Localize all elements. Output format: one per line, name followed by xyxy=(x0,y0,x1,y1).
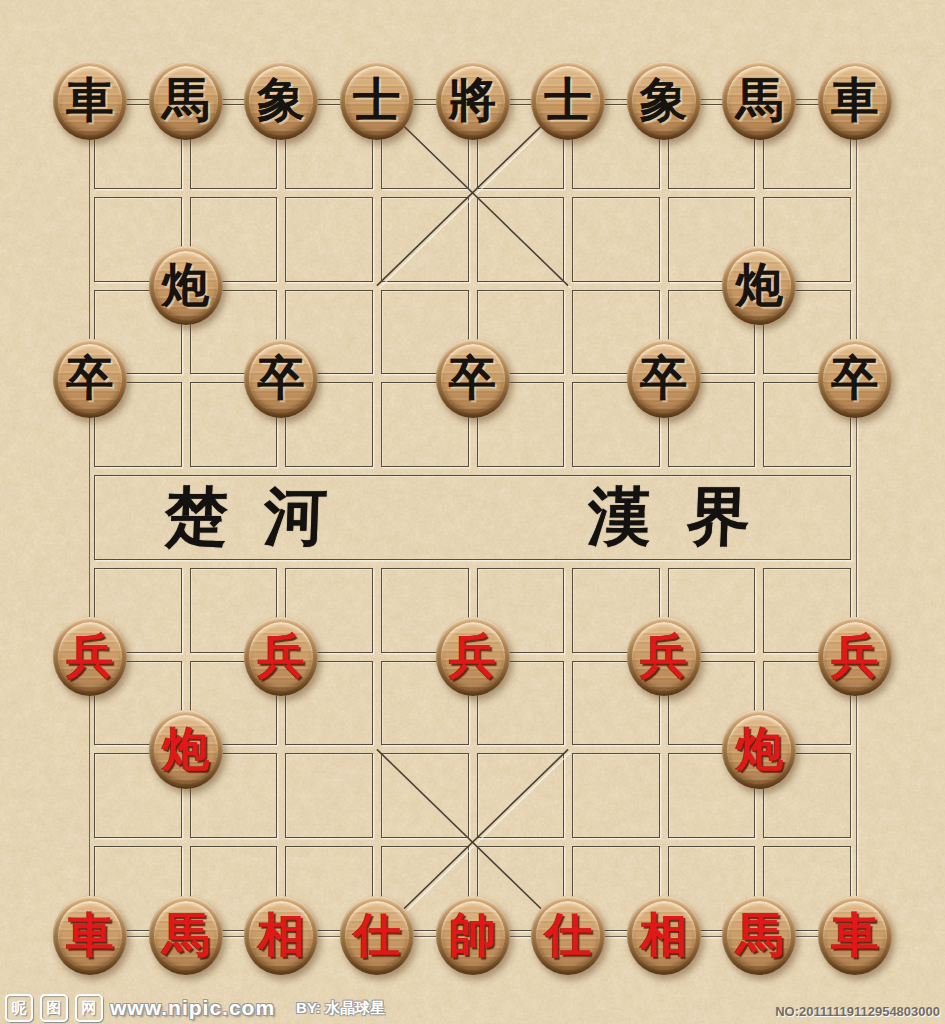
piece-black-elephant[interactable]: 象 xyxy=(627,61,701,140)
piece-label: 炮 xyxy=(162,262,209,309)
board-cell xyxy=(477,197,565,282)
piece-black-chariot[interactable]: 車 xyxy=(818,61,892,140)
piece-face: 炮 xyxy=(727,251,791,320)
piece-face: 兵 xyxy=(58,622,122,691)
piece-black-horse[interactable]: 馬 xyxy=(149,61,223,140)
watermark-serial-number: NO:20111119112954803000 xyxy=(775,1004,940,1019)
piece-label: 卒 xyxy=(832,355,879,402)
piece-face: 卒 xyxy=(249,344,313,413)
piece-face: 炮 xyxy=(154,715,218,784)
piece-label: 車 xyxy=(67,912,114,959)
piece-face: 帥 xyxy=(441,901,505,970)
piece-label: 車 xyxy=(832,912,879,959)
piece-face: 馬 xyxy=(154,66,218,135)
piece-red-cannon[interactable]: 炮 xyxy=(149,710,223,789)
piece-label: 兵 xyxy=(832,633,879,680)
piece-red-advisor[interactable]: 仕 xyxy=(531,896,605,975)
piece-red-soldier[interactable]: 兵 xyxy=(436,617,510,696)
piece-face: 士 xyxy=(345,66,409,135)
piece-black-cannon[interactable]: 炮 xyxy=(722,246,796,325)
board-cell xyxy=(477,753,565,838)
piece-label: 馬 xyxy=(162,912,209,959)
piece-label: 仕 xyxy=(545,912,592,959)
piece-face: 炮 xyxy=(154,251,218,320)
piece-label: 馬 xyxy=(736,77,783,124)
piece-black-advisor[interactable]: 士 xyxy=(340,61,414,140)
piece-face: 相 xyxy=(249,901,313,970)
piece-label: 卒 xyxy=(258,355,305,402)
piece-red-soldier[interactable]: 兵 xyxy=(53,617,127,696)
piece-label: 士 xyxy=(353,77,400,124)
piece-label: 馬 xyxy=(736,912,783,959)
board-cell xyxy=(285,197,373,282)
watermark-site-url: www.nipic.com xyxy=(110,996,275,1020)
piece-face: 馬 xyxy=(154,901,218,970)
nipic-logo-char: 网 xyxy=(75,994,103,1022)
piece-label: 兵 xyxy=(640,633,687,680)
piece-face: 仕 xyxy=(536,901,600,970)
piece-label: 卒 xyxy=(640,355,687,402)
piece-red-chariot[interactable]: 車 xyxy=(53,896,127,975)
piece-face: 兵 xyxy=(823,622,887,691)
piece-label: 將 xyxy=(449,77,496,124)
piece-black-soldier[interactable]: 卒 xyxy=(818,339,892,418)
piece-red-general[interactable]: 帥 xyxy=(436,896,510,975)
piece-red-chariot[interactable]: 車 xyxy=(818,896,892,975)
piece-red-elephant[interactable]: 相 xyxy=(627,896,701,975)
piece-label: 炮 xyxy=(736,726,783,773)
piece-face: 車 xyxy=(823,66,887,135)
piece-face: 相 xyxy=(632,901,696,970)
piece-face: 士 xyxy=(536,66,600,135)
piece-label: 相 xyxy=(640,912,687,959)
piece-label: 相 xyxy=(258,912,305,959)
piece-label: 卒 xyxy=(449,355,496,402)
river-label-left: 楚河 xyxy=(164,486,364,549)
board-grid: 楚河 漢界 xyxy=(94,104,851,931)
piece-label: 象 xyxy=(258,77,305,124)
piece-black-soldier[interactable]: 卒 xyxy=(244,339,318,418)
piece-face: 馬 xyxy=(727,66,791,135)
watermark-byline: BY: 水晶球星 xyxy=(296,999,385,1018)
piece-face: 象 xyxy=(249,66,313,135)
piece-face: 仕 xyxy=(345,901,409,970)
piece-red-cannon[interactable]: 炮 xyxy=(722,710,796,789)
piece-label: 兵 xyxy=(449,633,496,680)
piece-face: 卒 xyxy=(441,344,505,413)
piece-face: 卒 xyxy=(58,344,122,413)
piece-label: 炮 xyxy=(162,726,209,773)
piece-face: 卒 xyxy=(823,344,887,413)
piece-face: 將 xyxy=(441,66,505,135)
piece-black-elephant[interactable]: 象 xyxy=(244,61,318,140)
piece-label: 卒 xyxy=(67,355,114,402)
nipic-logo-char: 昵 xyxy=(5,994,33,1022)
xiangqi-screenshot: 楚河 漢界 車馬象士將士象馬車炮炮卒卒卒卒卒兵兵兵兵兵炮炮車馬相仕帥仕相馬車 昵… xyxy=(0,0,945,1024)
piece-black-soldier[interactable]: 卒 xyxy=(53,339,127,418)
board-cell xyxy=(572,753,660,838)
piece-black-advisor[interactable]: 士 xyxy=(531,61,605,140)
piece-face: 車 xyxy=(58,901,122,970)
piece-label: 車 xyxy=(832,77,879,124)
piece-face: 馬 xyxy=(727,901,791,970)
piece-face: 車 xyxy=(58,66,122,135)
nipic-logo-char: 图 xyxy=(40,994,68,1022)
board-cell xyxy=(381,753,469,838)
piece-red-elephant[interactable]: 相 xyxy=(244,896,318,975)
piece-label: 兵 xyxy=(67,633,114,680)
piece-label: 帥 xyxy=(449,912,496,959)
piece-black-horse[interactable]: 馬 xyxy=(722,61,796,140)
piece-label: 炮 xyxy=(736,262,783,309)
piece-label: 仕 xyxy=(353,912,400,959)
piece-face: 卒 xyxy=(632,344,696,413)
piece-label: 車 xyxy=(67,77,114,124)
piece-label: 士 xyxy=(545,77,592,124)
river-label-right: 漢界 xyxy=(587,486,787,549)
piece-red-horse[interactable]: 馬 xyxy=(149,896,223,975)
piece-black-cannon[interactable]: 炮 xyxy=(149,246,223,325)
piece-label: 馬 xyxy=(162,77,209,124)
piece-face: 兵 xyxy=(441,622,505,691)
piece-label: 象 xyxy=(640,77,687,124)
xiangqi-board: 楚河 漢界 車馬象士將士象馬車炮炮卒卒卒卒卒兵兵兵兵兵炮炮車馬相仕帥仕相馬車 xyxy=(0,0,945,1024)
piece-face: 炮 xyxy=(727,715,791,784)
piece-red-soldier[interactable]: 兵 xyxy=(244,617,318,696)
piece-face: 車 xyxy=(823,901,887,970)
river: 楚河 漢界 xyxy=(94,475,851,560)
board-cell xyxy=(572,197,660,282)
watermark-left: 昵 图 网 www.nipic.com BY: 水晶球星 xyxy=(5,994,385,1022)
piece-face: 兵 xyxy=(632,622,696,691)
piece-red-soldier[interactable]: 兵 xyxy=(627,617,701,696)
board-cell xyxy=(381,197,469,282)
piece-red-advisor[interactable]: 仕 xyxy=(340,896,414,975)
piece-face: 象 xyxy=(632,66,696,135)
board-cell xyxy=(285,753,373,838)
piece-black-general[interactable]: 將 xyxy=(436,61,510,140)
piece-red-horse[interactable]: 馬 xyxy=(722,896,796,975)
piece-black-soldier[interactable]: 卒 xyxy=(627,339,701,418)
piece-red-soldier[interactable]: 兵 xyxy=(818,617,892,696)
piece-black-chariot[interactable]: 車 xyxy=(53,61,127,140)
piece-black-soldier[interactable]: 卒 xyxy=(436,339,510,418)
piece-label: 兵 xyxy=(258,633,305,680)
piece-face: 兵 xyxy=(249,622,313,691)
